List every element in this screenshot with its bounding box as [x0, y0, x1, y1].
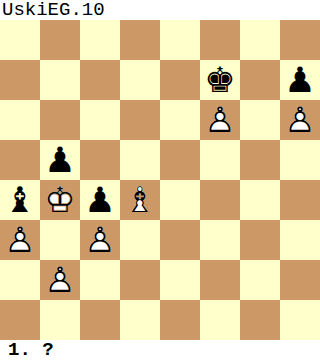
square-b3[interactable]	[40, 220, 80, 260]
square-h7[interactable]: ♟	[280, 60, 320, 100]
square-b6[interactable]	[40, 100, 80, 140]
square-a1[interactable]	[0, 300, 40, 340]
square-c2[interactable]	[80, 260, 120, 300]
square-e4[interactable]	[160, 180, 200, 220]
square-c7[interactable]	[80, 60, 120, 100]
square-c4[interactable]: ♟	[80, 180, 120, 220]
white-pawn: ♙	[204, 100, 235, 140]
move-prompt: 1. ?	[0, 340, 320, 360]
black-bishop: ♝	[4, 180, 35, 220]
square-d8[interactable]	[120, 20, 160, 60]
square-g2[interactable]	[240, 260, 280, 300]
square-h5[interactable]	[280, 140, 320, 180]
square-c8[interactable]	[80, 20, 120, 60]
black-pawn: ♟	[84, 180, 115, 220]
square-d3[interactable]	[120, 220, 160, 260]
square-d4[interactable]: ♝♗	[120, 180, 160, 220]
square-g8[interactable]	[240, 20, 280, 60]
square-h4[interactable]	[280, 180, 320, 220]
black-king: ♚	[204, 60, 235, 100]
square-e1[interactable]	[160, 300, 200, 340]
square-h2[interactable]	[280, 260, 320, 300]
square-h1[interactable]	[280, 300, 320, 340]
chess-diagram: UskiEG.10 ♚♟♟♙♟♙♟♝♚♔♟♝♗♟♙♟♙♟♙ 1. ?	[0, 0, 320, 360]
square-h8[interactable]	[280, 20, 320, 60]
square-f7[interactable]: ♚	[200, 60, 240, 100]
square-e8[interactable]	[160, 20, 200, 60]
square-b7[interactable]	[40, 60, 80, 100]
square-f3[interactable]	[200, 220, 240, 260]
square-e5[interactable]	[160, 140, 200, 180]
square-b8[interactable]	[40, 20, 80, 60]
white-pawn: ♙	[44, 260, 75, 300]
square-f4[interactable]	[200, 180, 240, 220]
square-a2[interactable]	[0, 260, 40, 300]
square-f8[interactable]	[200, 20, 240, 60]
black-pawn: ♟	[284, 60, 315, 100]
square-a3[interactable]: ♟♙	[0, 220, 40, 260]
square-f2[interactable]	[200, 260, 240, 300]
square-e7[interactable]	[160, 60, 200, 100]
square-c3[interactable]: ♟♙	[80, 220, 120, 260]
white-pawn: ♙	[4, 220, 35, 260]
square-c5[interactable]	[80, 140, 120, 180]
square-g6[interactable]	[240, 100, 280, 140]
square-a7[interactable]	[0, 60, 40, 100]
square-a5[interactable]	[0, 140, 40, 180]
square-c1[interactable]	[80, 300, 120, 340]
square-e2[interactable]	[160, 260, 200, 300]
square-g5[interactable]	[240, 140, 280, 180]
square-e6[interactable]	[160, 100, 200, 140]
white-king: ♔	[44, 180, 75, 220]
square-d6[interactable]	[120, 100, 160, 140]
square-h6[interactable]: ♟♙	[280, 100, 320, 140]
square-g1[interactable]	[240, 300, 280, 340]
square-e3[interactable]	[160, 220, 200, 260]
square-b5[interactable]: ♟	[40, 140, 80, 180]
square-d7[interactable]	[120, 60, 160, 100]
page-title: UskiEG.10	[0, 0, 320, 20]
square-b2[interactable]: ♟♙	[40, 260, 80, 300]
square-h3[interactable]	[280, 220, 320, 260]
square-g4[interactable]	[240, 180, 280, 220]
square-b4[interactable]: ♚♔	[40, 180, 80, 220]
white-pawn: ♙	[284, 100, 315, 140]
square-d5[interactable]	[120, 140, 160, 180]
square-g3[interactable]	[240, 220, 280, 260]
square-d2[interactable]	[120, 260, 160, 300]
square-a6[interactable]	[0, 100, 40, 140]
white-pawn: ♙	[84, 220, 115, 260]
square-b1[interactable]	[40, 300, 80, 340]
square-f6[interactable]: ♟♙	[200, 100, 240, 140]
square-f1[interactable]	[200, 300, 240, 340]
square-c6[interactable]	[80, 100, 120, 140]
square-a4[interactable]: ♝	[0, 180, 40, 220]
square-d1[interactable]	[120, 300, 160, 340]
black-pawn: ♟	[44, 140, 75, 180]
chess-board: ♚♟♟♙♟♙♟♝♚♔♟♝♗♟♙♟♙♟♙	[0, 20, 320, 340]
square-a8[interactable]	[0, 20, 40, 60]
square-g7[interactable]	[240, 60, 280, 100]
white-bishop: ♗	[124, 180, 155, 220]
square-f5[interactable]	[200, 140, 240, 180]
